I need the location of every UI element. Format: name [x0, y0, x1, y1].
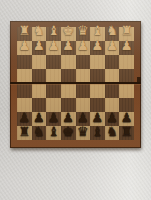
white-pawn: ♟: [17, 39, 32, 53]
white-pawn: ♟: [32, 39, 47, 53]
black-rook: ♜: [119, 125, 134, 139]
square-r7c2: ♝: [46, 126, 61, 140]
black-bishop: ♝: [46, 125, 61, 139]
square-r2c6: [105, 55, 120, 69]
square-r2c0: [17, 55, 32, 69]
black-pawn: ♟: [32, 111, 47, 125]
square-r2c3: [61, 55, 76, 69]
black-pawn: ♟: [119, 111, 134, 125]
white-pawn: ♟: [61, 39, 76, 53]
white-bishop: ♝: [90, 24, 105, 38]
white-pawn: ♟: [76, 39, 91, 53]
square-r1c5: ♟: [90, 41, 105, 55]
chess-board: ♜♞♝♚♛♝♞♜♟♟♟♟♟♟♟♟♟♟♟♟♟♟♟♟♜♞♝♚♛♝♞♜: [10, 21, 141, 148]
square-r1c3: ♟: [61, 41, 76, 55]
square-r1c1: ♟: [32, 41, 47, 55]
square-r2c5: [90, 55, 105, 69]
square-r2c7: [119, 55, 134, 69]
square-r2c1: [32, 55, 47, 69]
black-king: ♚: [61, 125, 76, 139]
white-knight: ♞: [32, 24, 47, 38]
black-queen: ♛: [76, 125, 91, 139]
black-pawn: ♟: [105, 111, 120, 125]
black-pawn: ♟: [76, 111, 91, 125]
square-r4c6: [105, 84, 120, 98]
white-rook: ♜: [119, 24, 134, 38]
board-clasp-notch: [137, 77, 141, 84]
square-r4c5: [90, 84, 105, 98]
white-pawn: ♟: [105, 39, 120, 53]
square-r1c7: ♟: [119, 41, 134, 55]
square-r7c7: ♜: [119, 126, 134, 140]
black-knight: ♞: [32, 125, 47, 139]
square-r7c1: ♞: [32, 126, 47, 140]
white-pawn: ♟: [90, 39, 105, 53]
board-hinge-seam: [10, 82, 141, 84]
square-r7c5: ♝: [90, 126, 105, 140]
square-r4c7: [119, 84, 134, 98]
white-pawn: ♟: [46, 39, 61, 53]
white-knight: ♞: [105, 24, 120, 38]
black-pawn: ♟: [17, 111, 32, 125]
square-r2c4: [76, 55, 91, 69]
square-r4c3: [61, 84, 76, 98]
square-r4c4: [76, 84, 91, 98]
black-pawn: ♟: [90, 111, 105, 125]
square-r7c4: ♛: [76, 126, 91, 140]
black-pawn: ♟: [61, 111, 76, 125]
square-r7c6: ♞: [105, 126, 120, 140]
photo-background: ♜♞♝♚♛♝♞♜♟♟♟♟♟♟♟♟♟♟♟♟♟♟♟♟♜♞♝♚♛♝♞♜: [0, 0, 151, 200]
square-r2c2: [46, 55, 61, 69]
white-rook: ♜: [17, 24, 32, 38]
square-r4c1: [32, 84, 47, 98]
square-r7c3: ♚: [61, 126, 76, 140]
black-pawn: ♟: [46, 111, 61, 125]
square-r1c2: ♟: [46, 41, 61, 55]
square-r1c0: ♟: [17, 41, 32, 55]
white-bishop: ♝: [46, 24, 61, 38]
black-knight: ♞: [105, 125, 120, 139]
black-bishop: ♝: [90, 125, 105, 139]
white-king: ♚: [61, 24, 76, 38]
square-r4c0: [17, 84, 32, 98]
square-r4c2: [46, 84, 61, 98]
square-r1c6: ♟: [105, 41, 120, 55]
black-rook: ♜: [17, 125, 32, 139]
square-r1c4: ♟: [76, 41, 91, 55]
white-queen: ♛: [76, 24, 91, 38]
white-pawn: ♟: [119, 39, 134, 53]
square-r7c0: ♜: [17, 126, 32, 140]
